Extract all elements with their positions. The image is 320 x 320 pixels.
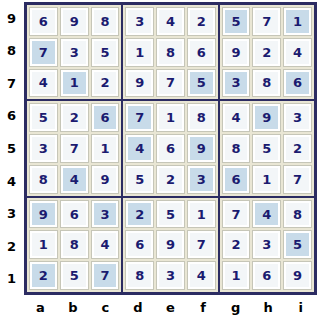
cell-b8[interactable]: 3 xyxy=(60,38,89,67)
cell-a5[interactable]: 3 xyxy=(29,134,58,163)
column-label-c: c xyxy=(89,296,122,318)
column-label-d: d xyxy=(122,296,155,318)
cell-a4[interactable]: 8 xyxy=(29,165,58,194)
cell-f3[interactable]: 1 xyxy=(187,200,216,229)
cell-g3[interactable]: 7 xyxy=(222,200,251,229)
cell-i6[interactable]: 3 xyxy=(283,103,312,132)
cell-h5[interactable]: 5 xyxy=(252,134,281,163)
column-label-h: h xyxy=(252,296,285,318)
row-label-7: 7 xyxy=(0,67,23,100)
cell-d3[interactable]: 2 xyxy=(125,200,154,229)
row-label-2: 2 xyxy=(0,230,23,263)
cell-h6[interactable]: 9 xyxy=(252,103,281,132)
cell-h3[interactable]: 4 xyxy=(252,200,281,229)
box-3: 571924386 xyxy=(220,5,314,99)
cell-i8[interactable]: 4 xyxy=(283,38,312,67)
cell-f9[interactable]: 2 xyxy=(187,7,216,36)
cell-b2[interactable]: 8 xyxy=(60,230,89,259)
cell-e7[interactable]: 7 xyxy=(156,69,185,98)
cell-d2[interactable]: 6 xyxy=(125,230,154,259)
cell-d7[interactable]: 9 xyxy=(125,69,154,98)
cell-h7[interactable]: 8 xyxy=(252,69,281,98)
cell-g4[interactable]: 6 xyxy=(222,165,251,194)
row-label-6: 6 xyxy=(0,100,23,133)
cell-a3[interactable]: 9 xyxy=(29,200,58,229)
cell-f1[interactable]: 4 xyxy=(187,261,216,290)
cell-g9[interactable]: 5 xyxy=(222,7,251,36)
box-7: 963184257 xyxy=(27,198,121,292)
cell-d5[interactable]: 4 xyxy=(125,134,154,163)
cell-f8[interactable]: 6 xyxy=(187,38,216,67)
cell-a1[interactable]: 2 xyxy=(29,261,58,290)
sudoku-board: 6987354123421869755719243865263718497184… xyxy=(24,2,317,295)
cell-b9[interactable]: 9 xyxy=(60,7,89,36)
cell-e2[interactable]: 9 xyxy=(156,230,185,259)
cell-d4[interactable]: 5 xyxy=(125,165,154,194)
cell-b7[interactable]: 1 xyxy=(60,69,89,98)
cell-c5[interactable]: 1 xyxy=(91,134,120,163)
cell-h9[interactable]: 7 xyxy=(252,7,281,36)
cell-h1[interactable]: 6 xyxy=(252,261,281,290)
cell-c9[interactable]: 8 xyxy=(91,7,120,36)
cell-i7[interactable]: 6 xyxy=(283,69,312,98)
sudoku-page: 987654321 698735412342186975571924386526… xyxy=(0,0,320,320)
box-2: 342186975 xyxy=(123,5,217,99)
box-4: 526371849 xyxy=(27,101,121,195)
column-label-e: e xyxy=(154,296,187,318)
box-5: 718469523 xyxy=(123,101,217,195)
box-9: 748235169 xyxy=(220,198,314,292)
column-labels: abcdefghi xyxy=(24,296,317,318)
cell-i2[interactable]: 5 xyxy=(283,230,312,259)
cell-h8[interactable]: 2 xyxy=(252,38,281,67)
row-label-8: 8 xyxy=(0,35,23,68)
row-label-4: 4 xyxy=(0,165,23,198)
cell-i1[interactable]: 9 xyxy=(283,261,312,290)
cell-a9[interactable]: 6 xyxy=(29,7,58,36)
row-labels: 987654321 xyxy=(0,2,23,295)
row-label-9: 9 xyxy=(0,2,23,35)
cell-d1[interactable]: 8 xyxy=(125,261,154,290)
cell-b3[interactable]: 6 xyxy=(60,200,89,229)
cell-c4[interactable]: 9 xyxy=(91,165,120,194)
cell-c1[interactable]: 7 xyxy=(91,261,120,290)
cell-a8[interactable]: 7 xyxy=(29,38,58,67)
cell-a7[interactable]: 4 xyxy=(29,69,58,98)
cell-i4[interactable]: 7 xyxy=(283,165,312,194)
cell-b1[interactable]: 5 xyxy=(60,261,89,290)
cell-f2[interactable]: 7 xyxy=(187,230,216,259)
cell-c8[interactable]: 5 xyxy=(91,38,120,67)
column-label-i: i xyxy=(285,296,318,318)
cell-g5[interactable]: 8 xyxy=(222,134,251,163)
cell-b5[interactable]: 7 xyxy=(60,134,89,163)
cell-c6[interactable]: 6 xyxy=(91,103,120,132)
column-label-b: b xyxy=(57,296,90,318)
cell-f4[interactable]: 3 xyxy=(187,165,216,194)
row-label-5: 5 xyxy=(0,132,23,165)
cell-e6[interactable]: 1 xyxy=(156,103,185,132)
cell-g1[interactable]: 1 xyxy=(222,261,251,290)
cell-e1[interactable]: 3 xyxy=(156,261,185,290)
cell-c3[interactable]: 3 xyxy=(91,200,120,229)
row-label-1: 1 xyxy=(0,263,23,296)
box-6: 493852617 xyxy=(220,101,314,195)
cell-f6[interactable]: 8 xyxy=(187,103,216,132)
cell-d9[interactable]: 3 xyxy=(125,7,154,36)
cell-g2[interactable]: 2 xyxy=(222,230,251,259)
cell-d6[interactable]: 7 xyxy=(125,103,154,132)
cell-h4[interactable]: 1 xyxy=(252,165,281,194)
cell-g6[interactable]: 4 xyxy=(222,103,251,132)
cell-d8[interactable]: 1 xyxy=(125,38,154,67)
cell-e8[interactable]: 8 xyxy=(156,38,185,67)
cell-e9[interactable]: 4 xyxy=(156,7,185,36)
cell-g7[interactable]: 3 xyxy=(222,69,251,98)
cell-a6[interactable]: 5 xyxy=(29,103,58,132)
cell-i5[interactable]: 2 xyxy=(283,134,312,163)
cell-c7[interactable]: 2 xyxy=(91,69,120,98)
cell-f7[interactable]: 5 xyxy=(187,69,216,98)
cell-a2[interactable]: 1 xyxy=(29,230,58,259)
cell-b6[interactable]: 2 xyxy=(60,103,89,132)
cell-g8[interactable]: 9 xyxy=(222,38,251,67)
cell-i3[interactable]: 8 xyxy=(283,200,312,229)
column-label-a: a xyxy=(24,296,57,318)
row-label-3: 3 xyxy=(0,197,23,230)
column-label-f: f xyxy=(187,296,220,318)
cell-h2[interactable]: 3 xyxy=(252,230,281,259)
box-8: 251697834 xyxy=(123,198,217,292)
cell-e5[interactable]: 6 xyxy=(156,134,185,163)
column-label-g: g xyxy=(219,296,252,318)
cell-f5[interactable]: 9 xyxy=(187,134,216,163)
cell-e3[interactable]: 5 xyxy=(156,200,185,229)
cell-e4[interactable]: 2 xyxy=(156,165,185,194)
box-1: 698735412 xyxy=(27,5,121,99)
cell-i9[interactable]: 1 xyxy=(283,7,312,36)
cell-b4[interactable]: 4 xyxy=(60,165,89,194)
cell-c2[interactable]: 4 xyxy=(91,230,120,259)
